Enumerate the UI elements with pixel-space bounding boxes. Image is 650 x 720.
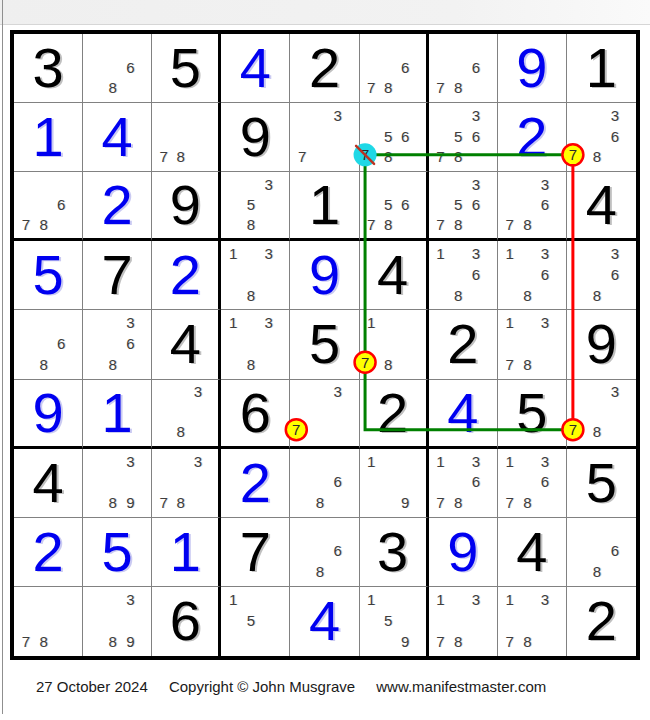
- cell-r7c4[interactable]: 2: [221, 449, 290, 518]
- candidate-slot: [104, 610, 122, 631]
- candidate-digit: 6: [536, 471, 554, 492]
- candidate-digit: 3: [536, 451, 554, 472]
- candidate-slot: [293, 382, 311, 402]
- cell-r5c4[interactable]: 138: [221, 310, 290, 379]
- candidate-slot: [17, 589, 35, 610]
- candidate-slot: [397, 589, 414, 610]
- candidate-digit: 1: [501, 451, 519, 472]
- candidate-slot: [155, 422, 172, 442]
- candidate-slot: [570, 561, 588, 582]
- candidate-digit: 5: [449, 194, 467, 214]
- candidate-slot: [588, 105, 606, 126]
- candidate-digit: 3: [606, 382, 624, 402]
- cell-r8c1[interactable]: 2: [14, 518, 83, 587]
- candidate-digit: 5: [242, 610, 260, 631]
- candidate-slot: [155, 471, 172, 492]
- candidate-slot: [397, 610, 414, 631]
- candidate-digit: 1: [224, 589, 242, 610]
- candidate-slot: [363, 631, 380, 652]
- candidate-slot: [449, 57, 467, 78]
- cell-r2c5[interactable]: 37: [290, 103, 359, 172]
- candidate-digit: 8: [518, 492, 536, 513]
- candidate-slot: [363, 57, 380, 78]
- candidate-slot: [397, 105, 414, 126]
- given-digit: 2: [586, 593, 617, 649]
- candidate-slot: [380, 174, 397, 194]
- candidate-digit: 6: [467, 194, 485, 214]
- candidate-slot: [363, 105, 380, 126]
- candidate-slot: [293, 451, 311, 472]
- cell-r1c7[interactable]: 678: [429, 34, 498, 103]
- cell-r4c9[interactable]: 368: [567, 241, 636, 310]
- candidate-slot: [311, 126, 329, 147]
- cell-r2c3[interactable]: 78: [152, 103, 221, 172]
- given-digit: 5: [309, 316, 340, 372]
- candidate-slot: [189, 471, 206, 492]
- candidate-slot: [501, 194, 519, 214]
- candidate-digit: 7: [570, 147, 588, 168]
- cell-r4c6[interactable]: 4: [360, 241, 429, 310]
- candidate-grid: 35678: [429, 172, 497, 238]
- candidate-slot: [86, 36, 104, 57]
- candidate-slot: [311, 520, 329, 541]
- candidate-digit: 8: [104, 354, 122, 375]
- cell-r3c6[interactable]: 5678: [360, 172, 429, 241]
- cell-r9c3[interactable]: 6: [152, 587, 221, 656]
- candidate-slot: [518, 610, 536, 631]
- candidate-digit: 9: [397, 492, 414, 513]
- candidate-digit: 7: [155, 492, 172, 513]
- cell-r8c6[interactable]: 3: [360, 518, 429, 587]
- candidate-slot: [397, 147, 414, 168]
- candidate-grid: 368: [83, 310, 151, 378]
- candidate-slot: [570, 520, 588, 541]
- candidate-slot: [260, 264, 278, 285]
- page-left-border: [2, 0, 3, 714]
- candidate-slot: [467, 214, 485, 234]
- cell-r2c9[interactable]: 3678: [567, 103, 636, 172]
- candidate-digit: 1: [501, 589, 519, 610]
- candidate-slot: [260, 194, 278, 214]
- candidate-grid: 138: [221, 310, 289, 378]
- candidate-digit: 1: [363, 451, 380, 472]
- cell-r8c3[interactable]: 1: [152, 518, 221, 587]
- candidate-slot: [172, 451, 189, 472]
- candidate-grid: 1368: [498, 241, 566, 309]
- candidate-slot: [86, 492, 104, 513]
- cell-r5c9[interactable]: 9: [567, 310, 636, 379]
- candidate-grid: 5678: [360, 172, 426, 238]
- candidate-slot: [260, 285, 278, 306]
- candidate-slot: [501, 285, 519, 306]
- cell-r7c6[interactable]: 19: [360, 449, 429, 518]
- cell-r2c8[interactable]: 2: [498, 103, 567, 172]
- given-digit: 5: [586, 455, 617, 511]
- candidate-slot: [363, 471, 380, 492]
- solved-digit: 4: [102, 109, 133, 165]
- cell-r1c4[interactable]: 4: [221, 34, 290, 103]
- candidate-digit: 8: [104, 492, 122, 513]
- candidate-digit: 3: [467, 589, 485, 610]
- candidate-digit: 3: [536, 589, 554, 610]
- candidate-digit: 8: [380, 77, 397, 98]
- cell-r3c5[interactable]: 1: [290, 172, 359, 241]
- candidate-slot: [588, 382, 606, 402]
- candidate-slot: [189, 402, 206, 422]
- cell-r9c7[interactable]: 1378: [429, 587, 498, 656]
- cell-r3c8[interactable]: 3678: [498, 172, 567, 241]
- candidate-digit: 3: [536, 174, 554, 194]
- cell-r5c7[interactable]: 2: [429, 310, 498, 379]
- candidate-slot: [449, 471, 467, 492]
- candidate-slot: [224, 610, 242, 631]
- candidate-slot: [35, 610, 53, 631]
- cell-r1c9[interactable]: 1: [567, 34, 636, 103]
- cell-r4c5[interactable]: 9: [290, 241, 359, 310]
- candidate-slot: [17, 610, 35, 631]
- sudoku-board: 3685426786789114789375678356782367867829…: [10, 30, 640, 660]
- cell-r3c4[interactable]: 358: [221, 172, 290, 241]
- candidate-slot: [172, 471, 189, 492]
- candidate-slot: [536, 333, 554, 354]
- candidate-digit: 7: [363, 147, 380, 168]
- candidate-slot: [86, 589, 104, 610]
- candidate-grid: 1378: [498, 587, 566, 656]
- candidate-slot: [311, 471, 329, 492]
- cell-r1c8[interactable]: 9: [498, 34, 567, 103]
- cell-r3c9[interactable]: 4: [567, 172, 636, 241]
- cell-r5c8[interactable]: 1378: [498, 310, 567, 379]
- solved-digit: 4: [447, 385, 478, 441]
- cell-r4c1[interactable]: 5: [14, 241, 83, 310]
- candidate-digit: 7: [155, 147, 172, 168]
- candidate-grid: 159: [360, 587, 426, 656]
- candidate-slot: [363, 333, 380, 354]
- candidate-slot: [242, 243, 260, 264]
- candidate-slot: [518, 243, 536, 264]
- candidate-grid: 138: [221, 241, 289, 309]
- candidate-digit: 8: [449, 631, 467, 652]
- candidate-slot: [224, 354, 242, 375]
- cell-r4c4[interactable]: 138: [221, 241, 290, 310]
- candidate-slot: [242, 264, 260, 285]
- candidate-grid: 68: [567, 518, 636, 586]
- candidate-digit: 7: [501, 354, 519, 375]
- candidate-grid: 678: [360, 34, 426, 102]
- candidate-slot: [311, 451, 329, 472]
- given-digit: 5: [170, 40, 201, 96]
- cell-r6c9[interactable]: 378: [567, 380, 636, 449]
- candidate-grid: 15: [221, 587, 289, 656]
- candidate-slot: [606, 147, 624, 168]
- given-digit: 4: [516, 524, 547, 580]
- given-digit: 1: [309, 177, 340, 233]
- solved-digit: 2: [516, 109, 547, 165]
- solved-digit: 2: [32, 524, 63, 580]
- candidate-grid: 178: [360, 310, 426, 378]
- cell-r4c3[interactable]: 2: [152, 241, 221, 310]
- candidate-digit: 9: [397, 631, 414, 652]
- cell-r8c4[interactable]: 7: [221, 518, 290, 587]
- candidate-digit: 1: [501, 243, 519, 264]
- cell-r6c4[interactable]: 6: [221, 380, 290, 449]
- candidate-slot: [432, 471, 450, 492]
- cell-r9c1[interactable]: 78: [14, 587, 83, 656]
- candidate-digit: 1: [432, 451, 450, 472]
- cell-r5c3[interactable]: 4: [152, 310, 221, 379]
- candidate-slot: [260, 333, 278, 354]
- given-digit: 5: [516, 385, 547, 441]
- candidate-digit: 3: [606, 243, 624, 264]
- given-digit: 2: [377, 385, 408, 441]
- cell-r4c8[interactable]: 1368: [498, 241, 567, 310]
- candidate-digit: 6: [606, 264, 624, 285]
- candidate-digit: 8: [449, 77, 467, 98]
- candidate-slot: [189, 105, 206, 126]
- cell-r8c2[interactable]: 5: [83, 518, 152, 587]
- candidate-digit: 8: [242, 214, 260, 234]
- cell-r3c3[interactable]: 9: [152, 172, 221, 241]
- footer-website: www.manifestmaster.com: [376, 678, 546, 695]
- candidate-slot: [311, 382, 329, 402]
- candidate-slot: [432, 105, 450, 126]
- candidate-digit: 8: [172, 422, 189, 442]
- candidate-slot: [155, 105, 172, 126]
- solved-digit: 5: [102, 524, 133, 580]
- candidate-slot: [86, 77, 104, 98]
- candidate-digit: 6: [329, 471, 347, 492]
- candidate-digit: 8: [449, 147, 467, 168]
- candidate-slot: [293, 540, 311, 561]
- cell-r8c8[interactable]: 4: [498, 518, 567, 587]
- solved-digit: 2: [102, 177, 133, 233]
- candidate-slot: [570, 402, 588, 422]
- candidate-slot: [536, 354, 554, 375]
- candidate-grid: 68: [14, 310, 82, 378]
- candidate-grid: 35678: [429, 103, 497, 171]
- candidate-grid: 1378: [498, 310, 566, 378]
- candidate-slot: [501, 174, 519, 194]
- solved-digit: 4: [309, 593, 340, 649]
- candidate-digit: 7: [501, 492, 519, 513]
- candidate-slot: [449, 243, 467, 264]
- candidate-digit: 3: [329, 382, 347, 402]
- cell-r8c9[interactable]: 68: [567, 518, 636, 587]
- candidate-slot: [432, 610, 450, 631]
- solved-digit: 4: [240, 40, 271, 96]
- cell-r7c3[interactable]: 378: [152, 449, 221, 518]
- candidate-slot: [518, 471, 536, 492]
- candidate-digit: 3: [536, 243, 554, 264]
- candidate-slot: [606, 285, 624, 306]
- cell-r9c6[interactable]: 159: [360, 587, 429, 656]
- candidate-slot: [52, 354, 70, 375]
- candidate-digit: 8: [104, 631, 122, 652]
- candidate-slot: [570, 540, 588, 561]
- candidate-digit: 5: [242, 194, 260, 214]
- candidate-slot: [311, 147, 329, 168]
- candidate-digit: 3: [122, 451, 140, 472]
- candidate-digit: 8: [588, 147, 606, 168]
- cell-r9c9[interactable]: 2: [567, 587, 636, 656]
- candidate-slot: [380, 492, 397, 513]
- candidate-digit: 3: [329, 105, 347, 126]
- cell-r5c6[interactable]: 178: [360, 310, 429, 379]
- candidate-slot: [242, 333, 260, 354]
- cell-r5c2[interactable]: 368: [83, 310, 152, 379]
- candidate-digit: 3: [260, 312, 278, 333]
- candidate-slot: [155, 382, 172, 402]
- candidate-slot: [397, 174, 414, 194]
- candidate-slot: [17, 312, 35, 333]
- candidate-digit: 7: [432, 492, 450, 513]
- cell-r4c2[interactable]: 7: [83, 241, 152, 310]
- candidate-slot: [293, 105, 311, 126]
- cell-r7c8[interactable]: 13678: [498, 449, 567, 518]
- candidate-slot: [17, 333, 35, 354]
- solved-digit: 1: [102, 385, 133, 441]
- candidate-digit: 7: [432, 77, 450, 98]
- cell-r3c2[interactable]: 2: [83, 172, 152, 241]
- cell-r5c5[interactable]: 5: [290, 310, 359, 379]
- candidate-slot: [224, 631, 242, 652]
- cell-r6c6[interactable]: 2: [360, 380, 429, 449]
- cell-r2c6[interactable]: 5678: [360, 103, 429, 172]
- candidate-slot: [155, 402, 172, 422]
- candidate-grid: 68: [290, 518, 358, 586]
- candidate-slot: [329, 147, 347, 168]
- cell-r1c5[interactable]: 2: [290, 34, 359, 103]
- candidate-slot: [122, 610, 140, 631]
- cell-r2c4[interactable]: 9: [221, 103, 290, 172]
- candidate-slot: [588, 402, 606, 422]
- candidate-grid: 378: [567, 380, 636, 446]
- candidate-digit: 7: [570, 422, 588, 442]
- candidate-slot: [380, 589, 397, 610]
- candidate-slot: [432, 57, 450, 78]
- candidate-digit: 7: [501, 214, 519, 234]
- cell-r6c7[interactable]: 4: [429, 380, 498, 449]
- cell-r9c4[interactable]: 15: [221, 587, 290, 656]
- candidate-slot: [432, 126, 450, 147]
- cell-r6c3[interactable]: 38: [152, 380, 221, 449]
- candidate-slot: [518, 451, 536, 472]
- candidate-digit: 8: [242, 285, 260, 306]
- candidate-slot: [432, 264, 450, 285]
- cell-r6c8[interactable]: 5: [498, 380, 567, 449]
- candidate-slot: [606, 561, 624, 582]
- candidate-digit: 8: [518, 354, 536, 375]
- cell-r6c5[interactable]: 37: [290, 380, 359, 449]
- candidate-digit: 8: [518, 285, 536, 306]
- cell-r3c1[interactable]: 678: [14, 172, 83, 241]
- given-digit: 4: [32, 455, 63, 511]
- candidate-slot: [397, 36, 414, 57]
- solved-digit: 2: [240, 455, 271, 511]
- candidate-slot: [329, 451, 347, 472]
- cell-r7c9[interactable]: 5: [567, 449, 636, 518]
- cell-r9c5[interactable]: 4: [290, 587, 359, 656]
- cell-r7c7[interactable]: 13678: [429, 449, 498, 518]
- candidate-digit: 6: [329, 540, 347, 561]
- cell-r9c8[interactable]: 1378: [498, 587, 567, 656]
- candidate-slot: [86, 631, 104, 652]
- candidate-slot: [293, 471, 311, 492]
- cell-r2c2[interactable]: 4: [83, 103, 152, 172]
- candidate-slot: [363, 194, 380, 214]
- cell-r7c1[interactable]: 4: [14, 449, 83, 518]
- candidate-slot: [363, 492, 380, 513]
- candidate-grid: 678: [14, 172, 82, 238]
- candidate-slot: [242, 631, 260, 652]
- candidate-digit: 8: [242, 354, 260, 375]
- candidate-slot: [242, 312, 260, 333]
- cell-r8c7[interactable]: 9: [429, 518, 498, 587]
- footer-copyright: Copyright © John Musgrave: [169, 678, 355, 695]
- candidate-grid: 1378: [429, 587, 497, 656]
- candidate-digit: 6: [467, 471, 485, 492]
- candidate-digit: 7: [501, 631, 519, 652]
- cell-r9c2[interactable]: 389: [83, 587, 152, 656]
- candidate-digit: 7: [293, 147, 311, 168]
- candidate-digit: 1: [224, 312, 242, 333]
- candidate-digit: 1: [224, 243, 242, 264]
- candidate-digit: 8: [35, 354, 53, 375]
- cell-r1c3[interactable]: 5: [152, 34, 221, 103]
- given-digit: 3: [377, 524, 408, 580]
- candidate-slot: [449, 36, 467, 57]
- candidate-grid: 389: [83, 587, 151, 656]
- candidate-digit: 7: [432, 147, 450, 168]
- candidate-digit: 6: [122, 333, 140, 354]
- cell-r1c2[interactable]: 68: [83, 34, 152, 103]
- cell-r2c1[interactable]: 1: [14, 103, 83, 172]
- candidate-slot: [293, 126, 311, 147]
- cell-r4c7[interactable]: 1368: [429, 241, 498, 310]
- candidate-slot: [518, 589, 536, 610]
- candidate-digit: 1: [501, 312, 519, 333]
- cell-r3c7[interactable]: 35678: [429, 172, 498, 241]
- solved-digit: 1: [32, 109, 63, 165]
- solved-digit: 2: [170, 247, 201, 303]
- given-digit: 2: [309, 40, 340, 96]
- candidate-digit: 3: [122, 312, 140, 333]
- candidate-slot: [17, 174, 35, 194]
- candidate-slot: [189, 492, 206, 513]
- candidate-slot: [380, 333, 397, 354]
- candidate-digit: 1: [432, 589, 450, 610]
- candidate-slot: [449, 610, 467, 631]
- cell-r7c2[interactable]: 389: [83, 449, 152, 518]
- candidate-digit: 7: [363, 77, 380, 98]
- cell-r1c1[interactable]: 3: [14, 34, 83, 103]
- candidate-slot: [86, 333, 104, 354]
- cell-r6c1[interactable]: 9: [14, 380, 83, 449]
- candidate-grid: 37: [290, 103, 358, 171]
- candidate-slot: [380, 105, 397, 126]
- cell-r6c2[interactable]: 1: [83, 380, 152, 449]
- cell-r5c1[interactable]: 68: [14, 310, 83, 379]
- cell-r7c5[interactable]: 68: [290, 449, 359, 518]
- cell-r8c5[interactable]: 68: [290, 518, 359, 587]
- candidate-digit: 6: [606, 540, 624, 561]
- candidate-slot: [52, 174, 70, 194]
- cell-r2c7[interactable]: 35678: [429, 103, 498, 172]
- cell-r1c6[interactable]: 678: [360, 34, 429, 103]
- footer-date: 27 October 2024: [36, 678, 148, 695]
- candidate-digit: 8: [311, 492, 329, 513]
- candidate-slot: [35, 174, 53, 194]
